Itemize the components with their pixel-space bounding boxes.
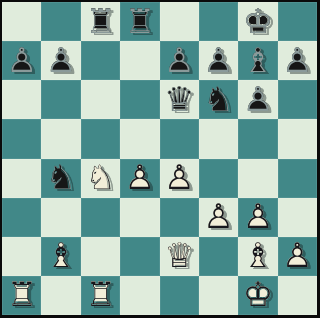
square-a4[interactable] [2, 159, 41, 198]
black-pawn-fill-glyph: ♟ [160, 42, 199, 76]
square-c7[interactable] [81, 41, 120, 80]
square-a1[interactable]: ♜♖ [2, 276, 41, 315]
square-f8[interactable] [199, 2, 238, 41]
square-e4[interactable]: ♟♙ [160, 159, 199, 198]
black-pawn-fill-glyph: ♟ [2, 42, 41, 76]
square-e3[interactable] [160, 198, 199, 237]
white-pawn-fill-glyph: ♟ [278, 238, 317, 272]
black-king-outline-glyph: ♔ [238, 3, 277, 37]
square-g1[interactable]: ♚♔ [238, 276, 277, 315]
white-pawn-outline-glyph: ♙ [120, 160, 159, 194]
square-g8[interactable]: ♚♔ [238, 2, 277, 41]
square-d2[interactable] [120, 237, 159, 276]
square-c1[interactable]: ♜♖ [81, 276, 120, 315]
piece-white-pawn-g3[interactable]: ♟♙ [238, 198, 277, 237]
square-a8[interactable] [2, 2, 41, 41]
black-knight-outline-glyph: ♘ [199, 81, 238, 115]
square-e1[interactable] [160, 276, 199, 315]
piece-white-knight-c4[interactable]: ♞♘ [81, 159, 120, 198]
white-knight-outline-glyph: ♘ [81, 160, 120, 194]
square-f2[interactable] [199, 237, 238, 276]
white-pawn-fill-glyph: ♟ [199, 199, 238, 233]
piece-white-pawn-h2[interactable]: ♟♙ [278, 237, 317, 276]
white-knight-fill-glyph: ♞ [81, 160, 120, 194]
square-g5[interactable] [238, 119, 277, 158]
black-pawn-outline-glyph: ♙ [199, 42, 238, 76]
black-pawn-fill-glyph: ♟ [278, 42, 317, 76]
white-bishop-fill-glyph: ♝ [238, 238, 277, 272]
square-g6[interactable]: ♟♙ [238, 80, 277, 119]
piece-white-rook-c1[interactable]: ♜♖ [81, 276, 120, 315]
piece-black-knight-f6[interactable]: ♞♘ [199, 80, 238, 119]
piece-white-pawn-e4[interactable]: ♟♙ [160, 159, 199, 198]
piece-black-pawn-e7[interactable]: ♟♙ [160, 41, 199, 80]
white-pawn-fill-glyph: ♟ [120, 160, 159, 194]
square-a3[interactable] [2, 198, 41, 237]
black-queen-fill-glyph: ♛ [160, 81, 199, 115]
square-g2[interactable]: ♝♗ [238, 237, 277, 276]
square-f4[interactable] [199, 159, 238, 198]
white-rook-outline-glyph: ♖ [81, 277, 120, 311]
piece-black-queen-e6[interactable]: ♛♕ [160, 80, 199, 119]
square-f3[interactable]: ♟♙ [199, 198, 238, 237]
piece-black-bishop-g7[interactable]: ♝♗ [238, 41, 277, 80]
square-c6[interactable] [81, 80, 120, 119]
white-bishop-outline-glyph: ♗ [238, 238, 277, 272]
white-pawn-fill-glyph: ♟ [160, 160, 199, 194]
square-e8[interactable] [160, 2, 199, 41]
square-b2[interactable]: ♝♗ [41, 237, 80, 276]
white-pawn-outline-glyph: ♙ [238, 199, 277, 233]
black-pawn-fill-glyph: ♟ [238, 81, 277, 115]
white-king-outline-glyph: ♔ [238, 277, 277, 311]
square-d5[interactable] [120, 119, 159, 158]
black-knight-fill-glyph: ♞ [199, 81, 238, 115]
square-h6[interactable] [278, 80, 317, 119]
square-c3[interactable] [81, 198, 120, 237]
black-pawn-fill-glyph: ♟ [199, 42, 238, 76]
square-h1[interactable] [278, 276, 317, 315]
black-pawn-outline-glyph: ♙ [238, 81, 277, 115]
white-rook-fill-glyph: ♜ [2, 277, 41, 311]
square-d1[interactable] [120, 276, 159, 315]
square-h2[interactable]: ♟♙ [278, 237, 317, 276]
square-b5[interactable] [41, 119, 80, 158]
piece-black-pawn-f7[interactable]: ♟♙ [199, 41, 238, 80]
black-bishop-outline-glyph: ♗ [238, 42, 277, 76]
black-rook-fill-glyph: ♜ [81, 3, 120, 37]
black-rook-outline-glyph: ♖ [120, 3, 159, 37]
black-bishop-fill-glyph: ♝ [238, 42, 277, 76]
piece-black-pawn-g6[interactable]: ♟♙ [238, 80, 277, 119]
square-h7[interactable]: ♟♙ [278, 41, 317, 80]
square-h4[interactable] [278, 159, 317, 198]
black-pawn-outline-glyph: ♙ [160, 42, 199, 76]
square-c2[interactable] [81, 237, 120, 276]
black-king-fill-glyph: ♚ [238, 3, 277, 37]
chess-board: ♜♖♜♖♚♔♟♙♟♙♟♙♟♙♝♗♟♙♛♕♞♘♟♙♞♘♞♘♟♙♟♙♟♙♟♙♝♗♛♕… [2, 2, 317, 315]
square-g7[interactable]: ♝♗ [238, 41, 277, 80]
piece-black-knight-b4[interactable]: ♞♘ [41, 159, 80, 198]
piece-black-pawn-a7[interactable]: ♟♙ [2, 41, 41, 80]
square-a6[interactable] [2, 80, 41, 119]
white-pawn-outline-glyph: ♙ [160, 160, 199, 194]
white-bishop-outline-glyph: ♗ [41, 238, 80, 272]
white-pawn-fill-glyph: ♟ [238, 199, 277, 233]
black-knight-fill-glyph: ♞ [41, 160, 80, 194]
square-h8[interactable] [278, 2, 317, 41]
piece-black-rook-d8[interactable]: ♜♖ [120, 2, 159, 41]
square-f1[interactable] [199, 276, 238, 315]
square-b3[interactable] [41, 198, 80, 237]
square-b1[interactable] [41, 276, 80, 315]
piece-white-rook-a1[interactable]: ♜♖ [2, 276, 41, 315]
square-d6[interactable] [120, 80, 159, 119]
square-c5[interactable] [81, 119, 120, 158]
board-frame: ♜♖♜♖♚♔♟♙♟♙♟♙♟♙♝♗♟♙♛♕♞♘♟♙♞♘♞♘♟♙♟♙♟♙♟♙♝♗♛♕… [0, 0, 320, 318]
white-king-fill-glyph: ♚ [238, 277, 277, 311]
piece-white-pawn-f3[interactable]: ♟♙ [199, 198, 238, 237]
black-pawn-outline-glyph: ♙ [41, 42, 80, 76]
black-knight-outline-glyph: ♘ [41, 160, 80, 194]
white-queen-outline-glyph: ♕ [160, 238, 199, 272]
square-e6[interactable]: ♛♕ [160, 80, 199, 119]
piece-white-king-g1[interactable]: ♚♔ [238, 276, 277, 315]
piece-white-pawn-d4[interactable]: ♟♙ [120, 159, 159, 198]
black-pawn-outline-glyph: ♙ [2, 42, 41, 76]
square-g3[interactable]: ♟♙ [238, 198, 277, 237]
square-f6[interactable]: ♞♘ [199, 80, 238, 119]
black-queen-outline-glyph: ♕ [160, 81, 199, 115]
square-a5[interactable] [2, 119, 41, 158]
square-b4[interactable]: ♞♘ [41, 159, 80, 198]
square-b7[interactable]: ♟♙ [41, 41, 80, 80]
square-e2[interactable]: ♛♕ [160, 237, 199, 276]
piece-white-bishop-b2[interactable]: ♝♗ [41, 237, 80, 276]
square-d8[interactable]: ♜♖ [120, 2, 159, 41]
black-rook-outline-glyph: ♖ [81, 3, 120, 37]
piece-white-bishop-g2[interactable]: ♝♗ [238, 237, 277, 276]
square-b8[interactable] [41, 2, 80, 41]
square-e5[interactable] [160, 119, 199, 158]
square-d4[interactable]: ♟♙ [120, 159, 159, 198]
black-pawn-outline-glyph: ♙ [278, 42, 317, 76]
square-b6[interactable] [41, 80, 80, 119]
square-c8[interactable]: ♜♖ [81, 2, 120, 41]
square-h3[interactable] [278, 198, 317, 237]
black-rook-fill-glyph: ♜ [120, 3, 159, 37]
square-h5[interactable] [278, 119, 317, 158]
square-e7[interactable]: ♟♙ [160, 41, 199, 80]
white-pawn-outline-glyph: ♙ [199, 199, 238, 233]
square-c4[interactable]: ♞♘ [81, 159, 120, 198]
white-rook-fill-glyph: ♜ [81, 277, 120, 311]
piece-black-pawn-b7[interactable]: ♟♙ [41, 41, 80, 80]
square-f5[interactable] [199, 119, 238, 158]
white-rook-outline-glyph: ♖ [2, 277, 41, 311]
white-queen-fill-glyph: ♛ [160, 238, 199, 272]
square-a2[interactable] [2, 237, 41, 276]
white-bishop-fill-glyph: ♝ [41, 238, 80, 272]
piece-black-king-g8[interactable]: ♚♔ [238, 2, 277, 41]
black-pawn-fill-glyph: ♟ [41, 42, 80, 76]
piece-black-pawn-h7[interactable]: ♟♙ [278, 41, 317, 80]
white-pawn-outline-glyph: ♙ [278, 238, 317, 272]
square-f7[interactable]: ♟♙ [199, 41, 238, 80]
piece-black-rook-c8[interactable]: ♜♖ [81, 2, 120, 41]
square-d7[interactable] [120, 41, 159, 80]
square-a7[interactable]: ♟♙ [2, 41, 41, 80]
square-d3[interactable] [120, 198, 159, 237]
square-g4[interactable] [238, 159, 277, 198]
piece-white-queen-e2[interactable]: ♛♕ [160, 237, 199, 276]
